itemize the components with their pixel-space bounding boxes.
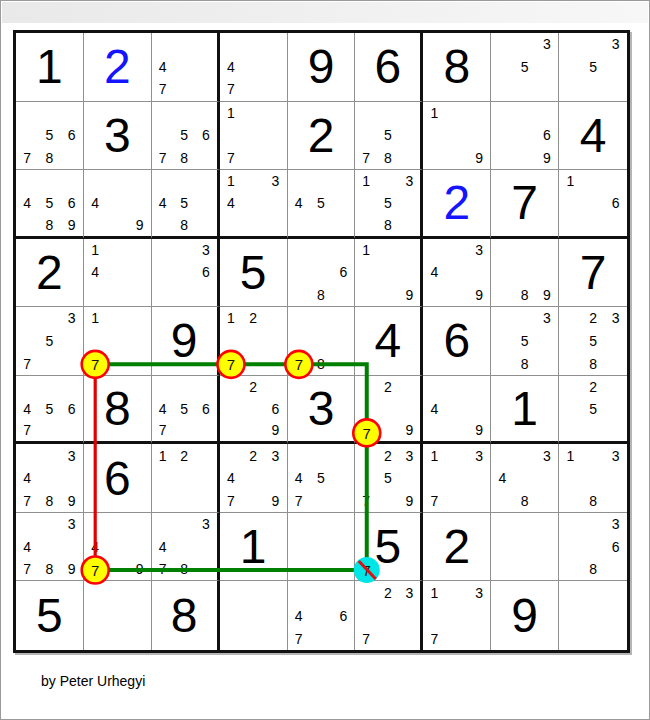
cell-r9c4[interactable] [220,581,288,650]
candidate-slot [399,604,421,627]
cell-r8c6[interactable]: 5 [355,513,423,582]
candidate-slot [38,307,60,330]
candidate-slot [332,489,354,512]
candidate-slot [242,627,264,650]
cell-r1c5[interactable]: 9 [288,33,356,102]
cell-r7c9[interactable]: 138 [559,444,627,513]
cell-r8c2[interactable]: 479 [84,513,152,582]
cell-r3c4[interactable]: 134 [220,170,288,239]
candidates-r5c8: 358 [491,307,558,375]
cell-r2c7[interactable]: 19 [423,102,491,171]
cell-r3c8[interactable]: 7 [491,170,559,239]
candidates-r8c5 [288,513,355,581]
candidate-slot [128,581,150,604]
cell-r9c1[interactable]: 5 [16,581,84,650]
candidate-slot [355,376,377,398]
candidate-slot [38,352,60,375]
candidate-slot: 8 [514,352,536,375]
cell-r7c8[interactable]: 348 [491,444,559,513]
candidate-slot: 8 [582,489,605,512]
candidate-slot [128,307,150,330]
candidate-slot [152,284,174,307]
given-digit-r1c1: 1 [16,33,83,101]
given-digit-r1c7: 8 [423,33,490,101]
cell-r3c5[interactable]: 45 [288,170,356,239]
candidate-slot [446,581,468,604]
candidate-slot: 6 [332,604,354,627]
cell-r1c7[interactable]: 8 [423,33,491,102]
candidate-slot [242,467,264,490]
cell-r8c9[interactable]: 368 [559,513,627,582]
cell-r6c9[interactable]: 25 [559,376,627,445]
candidate-slot [16,444,38,467]
cell-r3c7[interactable]: 2 [423,170,491,239]
candidate-slot [173,535,195,558]
candidate-slot [399,147,421,170]
candidate-slot [264,147,286,170]
candidate-slot [399,261,421,284]
candidate-slot [559,192,582,214]
candidate-slot: 4 [491,467,513,490]
candidates-r4c5: 68 [288,239,355,307]
candidate-slot: 7 [220,352,242,375]
candidate-slot [332,444,354,467]
cell-r4c8[interactable]: 89 [491,239,559,308]
given-digit-r9c8: 9 [491,581,558,650]
candidate-slot: 9 [128,214,150,236]
candidate-slot [514,444,536,467]
cell-r2c1[interactable]: 5678 [16,102,84,171]
candidates-r3c3: 458 [152,170,217,236]
candidate-slot [310,170,332,192]
candidate-slot: 8 [514,489,536,512]
candidate-slot [61,535,83,558]
given-digit-r2c2: 3 [84,102,151,170]
cell-r8c1[interactable]: 34789 [16,513,84,582]
cell-r4c5[interactable]: 68 [288,239,356,308]
candidates-r9c6: 237 [355,581,420,650]
candidate-slot [582,444,605,467]
candidate-slot: 7 [16,419,38,441]
candidate-slot [195,489,217,512]
candidate-slot: 2 [377,444,399,467]
candidate-slot [332,307,354,330]
candidate-slot [582,33,605,56]
cell-r7c5[interactable]: 457 [288,444,356,513]
candidate-slot [152,376,174,398]
candidate-slot: 6 [332,261,354,284]
solved-digit-r1c2: 2 [84,33,151,101]
candidate-slot [220,33,242,56]
given-digit-r8c7: 2 [423,513,490,581]
given-digit-r6c5: 3 [288,376,355,442]
cell-r4c2[interactable]: 14 [84,239,152,308]
candidate-slot: 8 [377,147,399,170]
cell-r5c4[interactable]: 127 [220,307,288,376]
candidate-slot [446,147,468,170]
candidate-slot: 2 [582,307,605,330]
candidate-slot [355,604,377,627]
candidate-slot [377,489,399,512]
given-digit-r4c4: 5 [220,239,287,307]
candidate-slot [559,558,582,581]
candidate-slot: 7 [288,352,310,375]
candidate-slot: 7 [16,147,38,170]
candidates-r6c3: 4567 [152,376,217,442]
cell-r7c3[interactable]: 12 [152,444,220,513]
candidate-slot [604,352,627,375]
candidate-slot: 1 [355,170,377,192]
candidate-slot: 1 [423,102,445,125]
candidate-slot: 8 [38,489,60,512]
cell-r3c6[interactable]: 1358 [355,170,423,239]
candidate-slot: 4 [423,261,445,284]
candidate-slot [220,604,242,627]
candidate-slot: 3 [536,33,558,56]
candidate-slot [195,467,217,490]
candidate-slot [536,239,558,262]
candidate-slot [491,444,513,467]
candidate-slot [173,513,195,536]
cell-r1c1[interactable]: 1 [16,33,84,102]
candidate-slot [310,261,332,284]
candidates-r4c7: 349 [423,239,490,307]
candidate-slot: 1 [220,102,242,125]
candidate-slot [355,398,377,420]
candidate-slot [491,307,513,330]
candidate-slot: 5 [514,56,536,79]
candidate-slot [491,558,513,581]
candidate-slot: 4 [16,192,38,214]
candidate-slot [310,489,332,512]
cell-r1c3[interactable]: 47 [152,33,220,102]
cell-r4c3[interactable]: 36 [152,239,220,308]
cell-r8c7[interactable]: 2 [423,513,491,582]
candidates-r1c9: 35 [559,33,627,101]
candidate-slot: 2 [173,444,195,467]
candidates-r6c9: 25 [559,376,627,442]
cell-r2c2[interactable]: 3 [84,102,152,171]
candidates-r3c1: 45689 [16,170,83,236]
cell-r9c9[interactable] [559,581,627,650]
candidate-slot [446,239,468,262]
cell-r6c5[interactable]: 3 [288,376,356,445]
candidate-slot [423,376,445,398]
cell-r9c5[interactable]: 467 [288,581,356,650]
candidate-slot: 5 [38,192,60,214]
cell-r8c8[interactable] [491,513,559,582]
candidate-slot [514,239,536,262]
candidate-slot: 9 [128,558,150,581]
cell-r1c4[interactable]: 47 [220,33,288,102]
candidate-slot [195,33,217,56]
candidate-slot: 5 [310,192,332,214]
cell-r3c9[interactable]: 16 [559,170,627,239]
candidates-r1c8: 35 [491,33,558,101]
cell-r7c2[interactable]: 6 [84,444,152,513]
candidate-slot: 3 [195,513,217,536]
cell-r9c3[interactable]: 8 [152,581,220,650]
candidate-slot: 8 [173,147,195,170]
candidate-slot [288,330,310,353]
given-digit-r6c2: 8 [84,376,151,442]
candidate-slot [514,124,536,147]
cell-r1c9[interactable]: 35 [559,33,627,102]
candidate-slot [152,239,174,262]
candidates-r1c4: 47 [220,33,287,101]
candidate-slot: 3 [264,170,286,192]
cell-r7c1[interactable]: 34789 [16,444,84,513]
cell-r2c8[interactable]: 69 [491,102,559,171]
candidate-slot [264,102,286,125]
candidate-slot: 8 [377,214,399,236]
candidate-slot [61,170,83,192]
candidate-slot: 2 [582,376,605,398]
candidate-slot: 5 [377,192,399,214]
cell-r8c3[interactable]: 3478 [152,513,220,582]
candidate-slot [38,102,60,125]
cell-r2c9[interactable]: 4 [559,102,627,171]
cell-r5c6[interactable]: 4 [355,307,423,376]
candidate-slot: 8 [310,352,332,375]
candidate-slot [288,261,310,284]
cell-r5c3[interactable]: 9 [152,307,220,376]
candidate-slot: 2 [242,307,264,330]
candidate-slot [514,513,536,536]
cell-r9c6[interactable]: 237 [355,581,423,650]
candidate-slot [468,604,490,627]
candidate-slot [264,307,286,330]
candidate-slot [446,489,468,512]
candidate-slot: 1 [220,307,242,330]
candidate-slot [514,467,536,490]
candidate-slot [220,124,242,147]
candidate-slot [128,261,150,284]
candidate-slot [559,467,582,490]
cell-r6c6[interactable]: 279 [355,376,423,445]
candidate-slot [491,124,513,147]
cell-r5c1[interactable]: 357 [16,307,84,376]
candidates-r6c4: 269 [220,376,287,442]
candidate-slot [399,239,421,262]
candidate-slot [468,376,490,398]
cell-r6c4[interactable]: 269 [220,376,288,445]
cell-r2c5[interactable]: 2 [288,102,356,171]
candidates-r9c7: 137 [423,581,490,650]
cell-r5c7[interactable]: 6 [423,307,491,376]
credit-text: by Peter Urhegyi [41,673,145,689]
candidate-slot: 6 [61,124,83,147]
candidate-slot [332,284,354,307]
candidate-slot [288,214,310,236]
candidate-slot [446,284,468,307]
cell-r4c4[interactable]: 5 [220,239,288,308]
candidate-slot [173,102,195,125]
candidate-slot [559,513,582,536]
candidate-slot: 1 [84,307,106,330]
cell-r4c6[interactable]: 19 [355,239,423,308]
candidate-slot [355,102,377,125]
given-digit-r3c8: 7 [491,170,558,236]
candidate-slot: 7 [16,558,38,581]
candidate-slot [536,102,558,125]
cell-r9c8[interactable]: 9 [491,581,559,650]
candidate-slot [84,604,106,627]
candidate-slot [582,192,605,214]
candidate-slot [128,239,150,262]
candidate-slot [242,581,264,604]
candidate-slot: 9 [399,489,421,512]
candidate-slot [446,627,468,650]
candidate-slot [559,376,582,398]
candidate-slot [310,513,332,536]
given-digit-r6c8: 1 [491,376,558,442]
candidate-slot [16,376,38,398]
cell-r1c6[interactable]: 6 [355,33,423,102]
candidate-slot [288,307,310,330]
candidate-slot [106,513,128,536]
cell-r3c1[interactable]: 45689 [16,170,84,239]
candidate-slot [423,239,445,262]
cell-r1c2[interactable]: 2 [84,33,152,102]
candidate-slot [514,558,536,581]
candidate-slot [195,558,217,581]
candidates-r3c5: 45 [288,170,355,236]
candidate-slot [220,398,242,420]
candidate-slot: 5 [582,330,605,353]
candidate-slot [604,56,627,79]
cell-r5c2[interactable]: 17 [84,307,152,376]
cell-r9c2[interactable] [84,581,152,650]
candidate-slot [264,581,286,604]
candidate-slot [604,467,627,490]
cell-r8c4[interactable]: 1 [220,513,288,582]
cell-r2c3[interactable]: 5678 [152,102,220,171]
given-digit-r5c6: 4 [355,307,420,375]
candidate-slot: 9 [399,284,421,307]
candidate-slot: 6 [195,261,217,284]
candidate-slot [355,261,377,284]
candidate-slot: 6 [536,124,558,147]
candidate-slot: 7 [355,419,377,441]
candidate-slot [264,56,286,79]
cell-r8c5[interactable] [288,513,356,582]
candidate-slot [355,124,377,147]
cell-r4c7[interactable]: 349 [423,239,491,308]
candidate-slot [491,330,513,353]
candidates-r4c6: 19 [355,239,420,307]
cell-r5c5[interactable]: 78 [288,307,356,376]
candidate-slot: 4 [288,192,310,214]
candidate-slot: 1 [355,239,377,262]
candidate-slot: 8 [38,147,60,170]
candidate-slot: 8 [173,558,195,581]
candidate-slot: 3 [604,33,627,56]
candidates-r3c9: 16 [559,170,627,236]
candidate-slot [446,261,468,284]
candidate-slot [264,467,286,490]
candidate-slot [106,192,128,214]
candidate-slot [355,284,377,307]
candidate-slot [173,376,195,398]
cell-r6c1[interactable]: 4567 [16,376,84,445]
cell-r7c7[interactable]: 137 [423,444,491,513]
candidate-slot: 7 [355,147,377,170]
candidates-r7c5: 457 [288,444,355,512]
cell-r6c2[interactable]: 8 [84,376,152,445]
candidate-slot [446,102,468,125]
candidate-slot [152,214,174,236]
candidate-slot: 3 [604,513,627,536]
cell-r3c3[interactable]: 458 [152,170,220,239]
candidate-slot [220,214,242,236]
candidate-slot [242,170,264,192]
given-digit-r8c4: 1 [220,513,287,581]
candidate-slot: 3 [604,444,627,467]
cell-r7c4[interactable]: 23479 [220,444,288,513]
candidate-slot: 3 [604,307,627,330]
candidate-slot: 4 [84,192,106,214]
cell-r4c1[interactable]: 2 [16,239,84,308]
candidate-slot [310,444,332,467]
candidate-slot: 3 [468,239,490,262]
candidate-slot [582,419,605,441]
cell-r9c7[interactable]: 137 [423,581,491,650]
candidate-slot: 3 [399,170,421,192]
candidates-r6c1: 4567 [16,376,83,442]
candidate-slot [242,192,264,214]
cell-r6c7[interactable]: 49 [423,376,491,445]
candidates-r3c2: 49 [84,170,151,236]
candidate-slot [173,170,195,192]
candidates-r1c3: 47 [152,33,217,101]
candidates-r9c4 [220,581,287,650]
candidate-slot [38,467,60,490]
candidate-slot [536,261,558,284]
candidate-slot [61,352,83,375]
candidate-slot: 7 [220,147,242,170]
candidate-slot: 5 [310,467,332,490]
cell-r1c8[interactable]: 35 [491,33,559,102]
given-digit-r4c1: 2 [16,239,83,307]
cell-r4c9[interactable]: 7 [559,239,627,308]
candidate-slot [152,124,174,147]
cell-r5c8[interactable]: 358 [491,307,559,376]
candidate-slot [310,307,332,330]
candidate-slot [310,581,332,604]
candidates-r7c8: 348 [491,444,558,512]
candidate-slot [220,627,242,650]
cell-r6c8[interactable]: 1 [491,376,559,445]
candidate-slot [355,581,377,604]
cell-r2c6[interactable]: 578 [355,102,423,171]
candidate-slot [84,627,106,650]
cell-r5c9[interactable]: 2358 [559,307,627,376]
cell-r3c2[interactable]: 49 [84,170,152,239]
cell-r2c4[interactable]: 17 [220,102,288,171]
candidate-slot: 5 [582,56,605,79]
cell-r6c3[interactable]: 4567 [152,376,220,445]
given-digit-r8c6: 5 [355,513,420,581]
candidate-slot [514,261,536,284]
candidate-slot [559,419,582,441]
cell-r7c6[interactable]: 23579 [355,444,423,513]
candidate-slot: 9 [61,214,83,236]
candidate-slot [491,513,513,536]
candidate-slot [536,513,558,536]
candidate-slot [377,261,399,284]
candidate-slot [106,170,128,192]
